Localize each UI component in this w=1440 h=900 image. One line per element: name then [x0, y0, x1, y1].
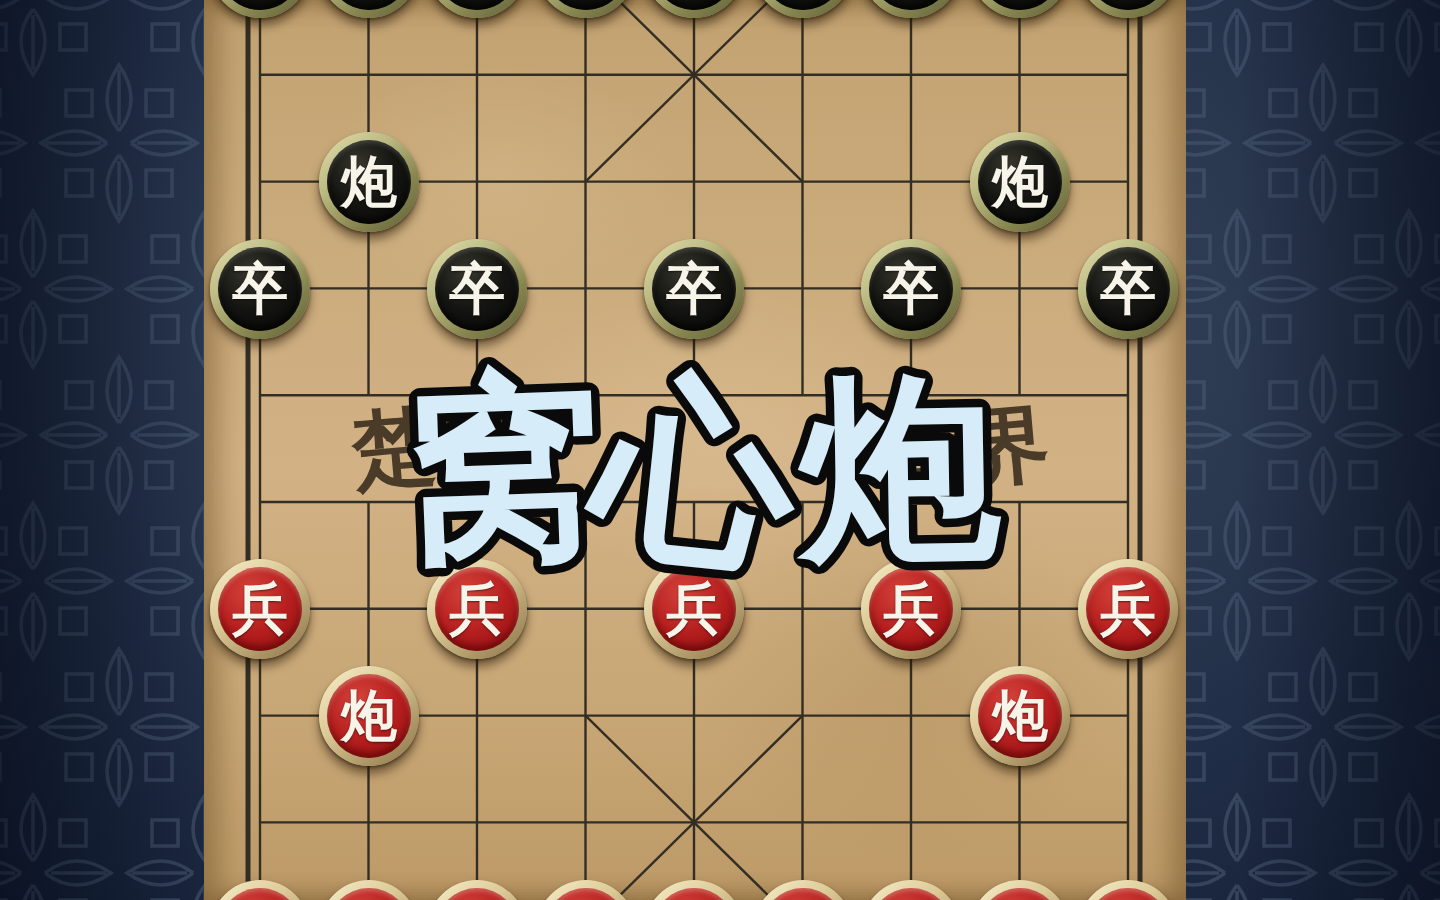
piece-character: 卒 [449, 261, 505, 317]
piece-face: 卒 [1086, 247, 1170, 331]
piece-red-車-f8r9[interactable]: 車 [1078, 880, 1178, 900]
piece-black-馬-f7r0[interactable]: 馬 [970, 0, 1070, 18]
piece-face: 炮 [327, 674, 411, 758]
piece-red-馬-f7r9[interactable]: 馬 [970, 880, 1070, 900]
piece-character: 卒 [1100, 261, 1156, 317]
piece-face: 兵 [218, 567, 302, 651]
piece-red-相-f2r9[interactable]: 相 [427, 880, 527, 900]
piece-face: 兵 [1086, 567, 1170, 651]
piece-black-馬-f1r0[interactable]: 馬 [319, 0, 419, 18]
piece-black-士-f5r0[interactable]: 士 [753, 0, 853, 18]
overlay-title-char-3: 炮 [793, 350, 1003, 587]
piece-red-兵-f0r6[interactable]: 兵 [210, 559, 310, 659]
piece-black-象-f6r0[interactable]: 象 [861, 0, 961, 18]
overlay-title: 窝 心 炮 [360, 330, 1060, 590]
piece-black-車-f0r0[interactable]: 車 [210, 0, 310, 18]
piece-face: 相 [435, 888, 519, 900]
piece-character: 兵 [232, 581, 288, 637]
piece-red-炮-f1r7[interactable]: 炮 [319, 666, 419, 766]
piece-character: 卒 [232, 261, 288, 317]
piece-face: 車 [1086, 0, 1170, 10]
piece-red-馬-f1r9[interactable]: 馬 [319, 880, 419, 900]
piece-character: 兵 [1100, 581, 1156, 637]
piece-character: 卒 [666, 261, 722, 317]
piece-black-炮-f7r2[interactable]: 炮 [970, 132, 1070, 232]
piece-character: 炮 [992, 154, 1048, 210]
piece-black-士-f3r0[interactable]: 士 [536, 0, 636, 18]
piece-character: 炮 [341, 154, 397, 210]
screenshot-root: 楚 河 漢 界 車馬象士將士象馬車炮炮卒卒卒卒卒兵兵兵兵兵炮炮車馬相仕帥仕相馬車… [0, 0, 1440, 900]
piece-black-卒-f0r3[interactable]: 卒 [210, 239, 310, 339]
overlay-title-char-2: 心 [576, 345, 810, 599]
piece-black-卒-f8r3[interactable]: 卒 [1078, 239, 1178, 339]
piece-black-炮-f1r2[interactable]: 炮 [319, 132, 419, 232]
piece-red-帥-f4r9[interactable]: 帥 [644, 880, 744, 900]
piece-face: 士 [761, 0, 845, 10]
overlay-title-char-1: 窝 [399, 349, 607, 589]
piece-black-車-f8r0[interactable]: 車 [1078, 0, 1178, 18]
piece-face: 炮 [978, 140, 1062, 224]
piece-face: 馬 [978, 888, 1062, 900]
piece-face: 炮 [327, 140, 411, 224]
piece-face: 象 [435, 0, 519, 10]
piece-black-卒-f6r3[interactable]: 卒 [861, 239, 961, 339]
piece-red-相-f6r9[interactable]: 相 [861, 880, 961, 900]
piece-face: 卒 [218, 247, 302, 331]
piece-face: 象 [869, 0, 953, 10]
piece-black-卒-f2r3[interactable]: 卒 [427, 239, 527, 339]
piece-face: 卒 [652, 247, 736, 331]
piece-face: 馬 [327, 888, 411, 900]
piece-face: 車 [218, 888, 302, 900]
piece-face: 卒 [869, 247, 953, 331]
piece-red-仕-f5r9[interactable]: 仕 [753, 880, 853, 900]
piece-character: 炮 [341, 688, 397, 744]
piece-face: 相 [869, 888, 953, 900]
piece-black-象-f2r0[interactable]: 象 [427, 0, 527, 18]
piece-black-卒-f4r3[interactable]: 卒 [644, 239, 744, 339]
piece-face: 帥 [652, 888, 736, 900]
piece-red-車-f0r9[interactable]: 車 [210, 880, 310, 900]
piece-red-仕-f3r9[interactable]: 仕 [536, 880, 636, 900]
piece-character: 卒 [883, 261, 939, 317]
piece-face: 仕 [761, 888, 845, 900]
piece-face: 士 [544, 0, 628, 10]
piece-face: 炮 [978, 674, 1062, 758]
piece-face: 仕 [544, 888, 628, 900]
piece-face: 車 [218, 0, 302, 10]
piece-face: 車 [1086, 888, 1170, 900]
piece-face: 馬 [978, 0, 1062, 10]
piece-face: 卒 [435, 247, 519, 331]
piece-character: 炮 [992, 688, 1048, 744]
piece-red-兵-f8r6[interactable]: 兵 [1078, 559, 1178, 659]
piece-face: 馬 [327, 0, 411, 10]
piece-black-將-f4r0[interactable]: 將 [644, 0, 744, 18]
piece-face: 將 [652, 0, 736, 10]
piece-red-炮-f7r7[interactable]: 炮 [970, 666, 1070, 766]
